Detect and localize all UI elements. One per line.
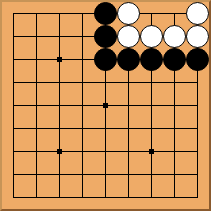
intersection-A6[interactable] (2, 71, 25, 94)
intersection-C8[interactable] (48, 25, 71, 48)
intersection-B7[interactable] (25, 48, 48, 71)
intersection-E4[interactable] (94, 117, 117, 140)
intersection-F7[interactable] (117, 48, 140, 71)
intersection-D3[interactable] (71, 140, 94, 163)
star-point (57, 57, 62, 62)
intersection-G3[interactable] (140, 140, 163, 163)
go-board (2, 2, 209, 209)
grid-line-vertical (13, 140, 14, 163)
intersection-H5[interactable] (163, 94, 186, 117)
grid-line-vertical (128, 94, 129, 117)
white-stone-G8 (140, 25, 163, 48)
intersection-B3[interactable] (25, 140, 48, 163)
grid-line-vertical (82, 117, 83, 140)
intersection-H2[interactable] (163, 163, 186, 186)
intersection-H8[interactable] (163, 25, 186, 48)
intersection-J8[interactable] (186, 25, 209, 48)
intersection-A2[interactable] (2, 163, 25, 186)
grid-line-vertical (59, 13, 60, 25)
go-board-frame (0, 0, 211, 211)
intersection-D6[interactable] (71, 71, 94, 94)
grid-line-vertical (82, 48, 83, 71)
intersection-H3[interactable] (163, 140, 186, 163)
grid-line-vertical (36, 117, 37, 140)
intersection-J3[interactable] (186, 140, 209, 163)
grid-line-horizontal (13, 82, 25, 83)
intersection-A7[interactable] (2, 48, 25, 71)
intersection-C5[interactable] (48, 94, 71, 117)
grid-line-vertical (174, 94, 175, 117)
grid-line-vertical (105, 163, 106, 186)
intersection-E2[interactable] (94, 163, 117, 186)
grid-line-vertical (82, 163, 83, 186)
grid-line-vertical (13, 71, 14, 94)
intersection-A5[interactable] (2, 94, 25, 117)
grid-line-vertical (13, 13, 14, 25)
intersection-G8[interactable] (140, 25, 163, 48)
intersection-C6[interactable] (48, 71, 71, 94)
grid-line-vertical (13, 117, 14, 140)
intersection-C3[interactable] (48, 140, 71, 163)
grid-line-vertical (105, 117, 106, 140)
intersection-B6[interactable] (25, 71, 48, 94)
intersection-G1[interactable] (140, 186, 163, 209)
grid-line-vertical (174, 163, 175, 186)
grid-line-vertical (82, 71, 83, 94)
intersection-B9[interactable] (25, 2, 48, 25)
grid-line-vertical (36, 186, 37, 198)
grid-line-horizontal (13, 105, 25, 106)
grid-line-horizontal (13, 13, 25, 14)
grid-line-horizontal (13, 128, 25, 129)
intersection-E9[interactable] (94, 2, 117, 25)
intersection-A3[interactable] (2, 140, 25, 163)
intersection-E8[interactable] (94, 25, 117, 48)
grid-line-horizontal (13, 174, 25, 175)
intersection-G2[interactable] (140, 163, 163, 186)
grid-line-vertical (128, 71, 129, 94)
grid-line-vertical (174, 117, 175, 140)
intersection-C9[interactable] (48, 2, 71, 25)
grid-line-horizontal (13, 151, 25, 152)
intersection-C7[interactable] (48, 48, 71, 71)
intersection-G9[interactable] (140, 2, 163, 25)
grid-line-vertical (151, 117, 152, 140)
grid-line-vertical (13, 163, 14, 186)
intersection-H1[interactable] (163, 186, 186, 209)
grid-line-vertical (151, 186, 152, 198)
grid-line-vertical (151, 163, 152, 186)
intersection-H7[interactable] (163, 48, 186, 71)
grid-line-vertical (59, 94, 60, 117)
white-stone-J9 (186, 2, 209, 25)
grid-line-vertical (36, 140, 37, 163)
grid-line-vertical (59, 163, 60, 186)
intersection-C2[interactable] (48, 163, 71, 186)
intersection-D9[interactable] (71, 2, 94, 25)
star-point (149, 149, 154, 154)
intersection-H6[interactable] (163, 71, 186, 94)
grid-line-vertical (36, 163, 37, 186)
intersection-A9[interactable] (2, 2, 25, 25)
intersection-E5[interactable] (94, 94, 117, 117)
grid-line-horizontal (13, 59, 25, 60)
intersection-C1[interactable] (48, 186, 71, 209)
grid-line-vertical (197, 71, 198, 94)
intersection-B4[interactable] (25, 117, 48, 140)
intersection-H9[interactable] (163, 2, 186, 25)
grid-line-vertical (82, 94, 83, 117)
grid-line-horizontal (13, 197, 25, 198)
grid-line-vertical (197, 94, 198, 117)
grid-line-vertical (59, 117, 60, 140)
intersection-D5[interactable] (71, 94, 94, 117)
black-stone-J7 (186, 48, 209, 71)
intersection-A4[interactable] (2, 117, 25, 140)
intersection-E3[interactable] (94, 140, 117, 163)
intersection-G5[interactable] (140, 94, 163, 117)
black-stone-E8 (94, 25, 117, 48)
white-stone-H8 (163, 25, 186, 48)
intersection-G4[interactable] (140, 117, 163, 140)
grid-line-vertical (36, 13, 37, 25)
intersection-H4[interactable] (163, 117, 186, 140)
white-stone-F8 (117, 25, 140, 48)
intersection-J2[interactable] (186, 163, 209, 186)
grid-line-vertical (174, 140, 175, 163)
intersection-F8[interactable] (117, 25, 140, 48)
grid-line-vertical (36, 71, 37, 94)
grid-line-vertical (13, 94, 14, 117)
grid-line-vertical (13, 186, 14, 198)
white-stone-J8 (186, 25, 209, 48)
grid-line-vertical (36, 48, 37, 71)
intersection-A8[interactable] (2, 25, 25, 48)
intersection-B2[interactable] (25, 163, 48, 186)
grid-line-vertical (13, 48, 14, 71)
intersection-F5[interactable] (117, 94, 140, 117)
black-stone-F7 (117, 48, 140, 71)
white-stone-F9 (117, 2, 140, 25)
intersection-G6[interactable] (140, 71, 163, 94)
intersection-D8[interactable] (71, 25, 94, 48)
intersection-J4[interactable] (186, 117, 209, 140)
intersection-F2[interactable] (117, 163, 140, 186)
star-point (57, 149, 62, 154)
grid-line-vertical (128, 140, 129, 163)
intersection-A1[interactable] (2, 186, 25, 209)
intersection-F6[interactable] (117, 71, 140, 94)
intersection-E7[interactable] (94, 48, 117, 71)
grid-line-vertical (197, 186, 198, 198)
intersection-G7[interactable] (140, 48, 163, 71)
grid-line-vertical (36, 25, 37, 48)
grid-line-vertical (105, 140, 106, 163)
black-stone-H7 (163, 48, 186, 71)
star-point (103, 103, 108, 108)
black-stone-E9 (94, 2, 117, 25)
grid-line-vertical (59, 186, 60, 198)
grid-line-vertical (59, 71, 60, 94)
grid-line-vertical (128, 163, 129, 186)
grid-line-vertical (13, 25, 14, 48)
grid-line-vertical (174, 71, 175, 94)
intersection-D4[interactable] (71, 117, 94, 140)
black-stone-E7 (94, 48, 117, 71)
grid-line-horizontal (13, 36, 25, 37)
grid-line-vertical (36, 94, 37, 117)
grid-line-vertical (105, 186, 106, 198)
grid-line-vertical (151, 71, 152, 94)
intersection-C4[interactable] (48, 117, 71, 140)
grid-line-vertical (82, 25, 83, 48)
intersection-E6[interactable] (94, 71, 117, 94)
intersection-D7[interactable] (71, 48, 94, 71)
intersection-B1[interactable] (25, 186, 48, 209)
grid-line-vertical (128, 117, 129, 140)
intersection-F4[interactable] (117, 117, 140, 140)
intersection-J1[interactable] (186, 186, 209, 209)
grid-line-vertical (174, 13, 175, 25)
grid-line-vertical (82, 140, 83, 163)
intersection-B8[interactable] (25, 25, 48, 48)
intersection-D2[interactable] (71, 163, 94, 186)
grid-line-vertical (197, 117, 198, 140)
grid-line-vertical (174, 186, 175, 198)
intersection-J7[interactable] (186, 48, 209, 71)
grid-line-vertical (82, 186, 83, 198)
intersection-F1[interactable] (117, 186, 140, 209)
intersection-B5[interactable] (25, 94, 48, 117)
grid-line-vertical (82, 13, 83, 25)
black-stone-G7 (140, 48, 163, 71)
grid-line-vertical (197, 163, 198, 186)
grid-line-vertical (59, 25, 60, 48)
intersection-J6[interactable] (186, 71, 209, 94)
intersection-F3[interactable] (117, 140, 140, 163)
grid-line-vertical (128, 186, 129, 198)
intersection-E1[interactable] (94, 186, 117, 209)
grid-line-vertical (151, 13, 152, 25)
grid-line-vertical (197, 140, 198, 163)
grid-line-vertical (105, 71, 106, 94)
grid-line-vertical (151, 94, 152, 117)
intersection-J5[interactable] (186, 94, 209, 117)
intersection-J9[interactable] (186, 2, 209, 25)
intersection-F9[interactable] (117, 2, 140, 25)
intersection-D1[interactable] (71, 186, 94, 209)
